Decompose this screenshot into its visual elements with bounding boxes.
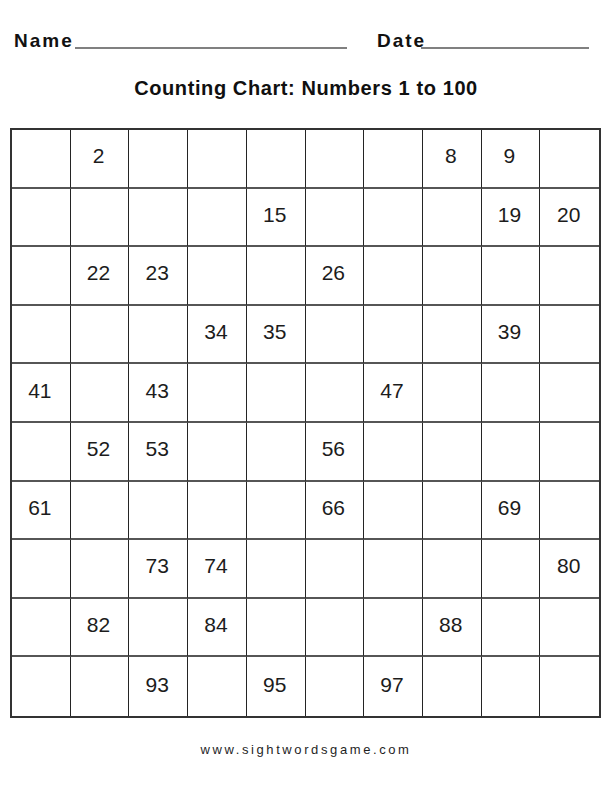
cell-number: 43 [146,379,169,403]
grid-cell-r9-c10 [540,599,599,658]
grid-cell-r7-c7 [364,482,423,541]
cell-number: 53 [146,437,169,461]
cell-number: 19 [498,203,521,227]
cell-number: 97 [380,673,403,697]
grid-cell-r8-c7 [364,540,423,599]
grid-cell-r6-c4 [188,423,247,482]
grid-cell-r9-c2: 82 [71,599,130,658]
grid-cell-r1-c2: 2 [71,130,130,189]
grid-cell-r2-c9: 19 [482,189,541,248]
cell-number: 74 [204,554,227,578]
cell-number: 52 [87,437,110,461]
page-title: Counting Chart: Numbers 1 to 100 [0,77,612,100]
grid-cell-r4-c10 [540,306,599,365]
cell-number: 93 [146,673,169,697]
cell-number: 73 [146,554,169,578]
grid-cell-r8-c1 [12,540,71,599]
grid-cell-r2-c2 [71,189,130,248]
grid-cell-r8-c9 [482,540,541,599]
grid-cell-r10-c7: 97 [364,657,423,716]
grid-cell-r8-c6 [306,540,365,599]
counting-grid: 2891519202223263435394143475253566166697… [10,128,601,718]
grid-cell-r8-c2 [71,540,130,599]
grid-cell-r1-c9: 9 [482,130,541,189]
date-write-in-line [421,47,589,49]
grid-cell-r2-c1 [12,189,71,248]
grid-cell-r7-c4 [188,482,247,541]
date-label: Date [377,30,426,52]
grid-cell-r9-c3 [129,599,188,658]
grid-cell-r6-c1 [12,423,71,482]
cell-number: 22 [87,261,110,285]
grid-cell-r4-c4: 34 [188,306,247,365]
cell-number: 88 [439,613,462,637]
grid-cell-r3-c10 [540,247,599,306]
grid-cell-r5-c2 [71,364,130,423]
grid-cell-r5-c7: 47 [364,364,423,423]
grid-cell-r5-c1: 41 [12,364,71,423]
grid-cell-r4-c9: 39 [482,306,541,365]
grid-cell-r1-c5 [247,130,306,189]
grid-cell-r7-c8 [423,482,482,541]
name-label: Name [14,30,74,52]
grid-cell-r4-c2 [71,306,130,365]
grid-cell-r5-c6 [306,364,365,423]
grid-cell-r7-c9: 69 [482,482,541,541]
footer-url: www.sightwordsgame.com [0,742,612,757]
grid-cell-r1-c7 [364,130,423,189]
grid-cell-r6-c8 [423,423,482,482]
grid-cell-r5-c10 [540,364,599,423]
grid-cell-r1-c6 [306,130,365,189]
cell-number: 9 [504,144,516,168]
grid-cell-r3-c1 [12,247,71,306]
grid-cell-r6-c3: 53 [129,423,188,482]
grid-cell-r2-c7 [364,189,423,248]
grid-cell-r7-c6: 66 [306,482,365,541]
cell-number: 47 [380,379,403,403]
grid-cell-r2-c6 [306,189,365,248]
cell-number: 80 [557,554,580,578]
grid-cell-r5-c4 [188,364,247,423]
grid-cell-r9-c5 [247,599,306,658]
grid-cell-r3-c4 [188,247,247,306]
grid-cell-r9-c7 [364,599,423,658]
cell-number: 82 [87,613,110,637]
grid-cell-r3-c6: 26 [306,247,365,306]
grid-cell-r4-c3 [129,306,188,365]
grid-cell-r7-c10 [540,482,599,541]
cell-number: 56 [322,437,345,461]
grid-cell-r10-c3: 93 [129,657,188,716]
grid-cell-r6-c6: 56 [306,423,365,482]
cell-number: 8 [445,144,457,168]
grid-cell-r6-c9 [482,423,541,482]
grid-cell-r2-c4 [188,189,247,248]
grid-cell-r4-c1 [12,306,71,365]
cell-number: 61 [28,496,51,520]
grid-cell-r6-c10 [540,423,599,482]
grid-cell-r6-c7 [364,423,423,482]
cell-number: 95 [263,673,286,697]
cell-number: 15 [263,203,286,227]
grid-cell-r7-c2 [71,482,130,541]
grid-cell-r6-c2: 52 [71,423,130,482]
grid-cell-r2-c10: 20 [540,189,599,248]
cell-number: 2 [93,144,105,168]
grid-cell-r10-c1 [12,657,71,716]
grid-cell-r10-c9 [482,657,541,716]
grid-cell-r8-c4: 74 [188,540,247,599]
cell-number: 41 [28,379,51,403]
grid-cell-r2-c8 [423,189,482,248]
grid-cell-r4-c8 [423,306,482,365]
grid-cell-r6-c5 [247,423,306,482]
grid-cell-r9-c6 [306,599,365,658]
grid-cell-r8-c5 [247,540,306,599]
grid-cell-r3-c8 [423,247,482,306]
grid-cell-r7-c3 [129,482,188,541]
grid-cell-r9-c8: 88 [423,599,482,658]
grid-cell-r1-c3 [129,130,188,189]
grid-cell-r10-c2 [71,657,130,716]
cell-number: 34 [204,320,227,344]
cell-number: 35 [263,320,286,344]
grid-cell-r2-c3 [129,189,188,248]
grid-cell-r1-c8: 8 [423,130,482,189]
grid-cell-r5-c8 [423,364,482,423]
grid-cell-r3-c3: 23 [129,247,188,306]
cell-number: 39 [498,320,521,344]
name-write-in-line [75,47,347,49]
grid-cell-r2-c5: 15 [247,189,306,248]
grid-cell-r10-c10 [540,657,599,716]
grid-cell-r4-c5: 35 [247,306,306,365]
grid-cell-r8-c10: 80 [540,540,599,599]
grid-cell-r9-c1 [12,599,71,658]
cell-number: 23 [146,261,169,285]
cell-number: 20 [557,203,580,227]
cell-number: 84 [204,613,227,637]
grid-cell-r5-c3: 43 [129,364,188,423]
grid-cell-r1-c4 [188,130,247,189]
grid-cell-r3-c9 [482,247,541,306]
grid-cell-r4-c7 [364,306,423,365]
grid-cell-r9-c9 [482,599,541,658]
grid-cell-r5-c9 [482,364,541,423]
grid-cell-r8-c8 [423,540,482,599]
grid-cell-r8-c3: 73 [129,540,188,599]
grid-cell-r7-c1: 61 [12,482,71,541]
grid-cell-r10-c6 [306,657,365,716]
grid-cell-r3-c5 [247,247,306,306]
grid-cell-r10-c8 [423,657,482,716]
grid-cell-r7-c5 [247,482,306,541]
cell-number: 26 [322,261,345,285]
grid-cell-r10-c5: 95 [247,657,306,716]
grid-cell-r1-c1 [12,130,71,189]
grid-cell-r1-c10 [540,130,599,189]
grid-cell-r3-c2: 22 [71,247,130,306]
grid-cell-r3-c7 [364,247,423,306]
grid-cell-r9-c4: 84 [188,599,247,658]
grid-cell-r4-c6 [306,306,365,365]
grid-cell-r10-c4 [188,657,247,716]
grid-cell-r5-c5 [247,364,306,423]
cell-number: 69 [498,496,521,520]
worksheet-page: Name Date Counting Chart: Numbers 1 to 1… [0,0,612,792]
cell-number: 66 [322,496,345,520]
